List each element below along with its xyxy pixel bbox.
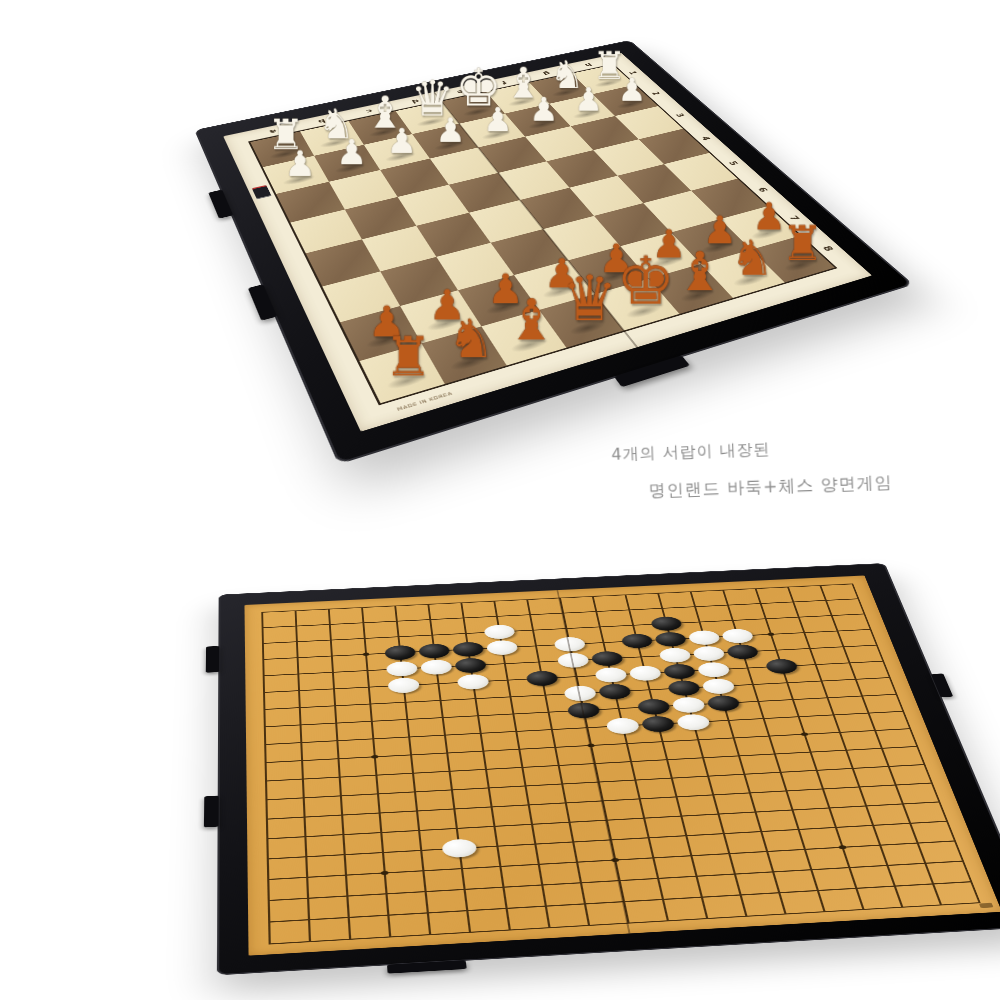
chess-piece-white-pawn: ♟ [284, 147, 316, 182]
chess-latch-tab [208, 190, 233, 219]
chess-piece-orange-rook: ♜ [781, 220, 824, 268]
chess-piece-orange-bishop: ♝ [505, 291, 556, 348]
chess-piece-orange-king: ♚ [615, 248, 674, 314]
go-latch-tab [931, 673, 953, 697]
chess-piece-white-pawn: ♟ [574, 84, 603, 116]
chess-latch-tab [248, 284, 277, 320]
chess-piece-orange-knight: ♞ [730, 234, 773, 282]
chess-piece-orange-queen: ♛ [561, 268, 617, 331]
chess-piece-white-pawn: ♟ [336, 135, 367, 170]
caption-line-1: 4개의 서랍이 내장된 [611, 435, 892, 466]
chess-piece-white-pawn: ♟ [386, 124, 417, 158]
chess-piece-white-pawn: ♟ [529, 94, 558, 127]
caption: 4개의 서랍이 내장된 명인랜드 바둑+체스 양면게임 [611, 435, 893, 504]
chess-piece-white-pawn: ♟ [617, 74, 646, 106]
go-board [217, 563, 1000, 975]
chess-piece-white-pawn: ♟ [482, 104, 512, 137]
chess-piece-orange-bishop: ♝ [675, 244, 723, 298]
chess-piece-white-pawn: ♟ [435, 114, 465, 148]
go-latch-tab [387, 960, 467, 974]
caption-line-2: 명인랜드 바둑+체스 양면게임 [648, 471, 893, 503]
chess-piece-orange-knight: ♞ [447, 313, 495, 366]
chess-piece-orange-rook: ♜ [384, 330, 432, 384]
go-latch-tab [206, 646, 220, 673]
product-photo-page: abcdefgh12345678MADE IN KOREA♜♞♝♛♚♝♞♜♟♟♟… [0, 0, 1000, 1000]
chess-board: abcdefgh12345678MADE IN KOREA♜♞♝♛♚♝♞♜♟♟♟… [194, 40, 913, 464]
chess-latch-tab [614, 355, 690, 387]
go-latch-tab [204, 796, 219, 828]
